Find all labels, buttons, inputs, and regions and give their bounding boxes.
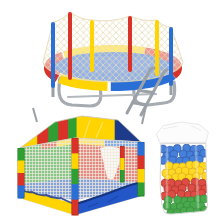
ball-pit-image [8, 104, 153, 224]
product-collage[interactable] [0, 0, 224, 224]
safety-net [43, 12, 183, 82]
ball-bag-image [153, 120, 219, 224]
trampoline-image [38, 0, 190, 120]
bag-top [156, 121, 209, 144]
